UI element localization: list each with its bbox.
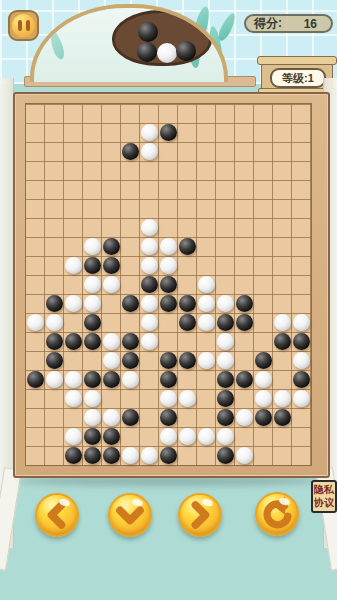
black-stone[interactable] [217,371,234,388]
black-stone[interactable] [27,371,44,388]
black-stone[interactable] [103,238,120,255]
white-stone[interactable] [141,143,158,160]
undo-icon [257,494,297,534]
black-bowl-stone [176,41,196,61]
white-stone[interactable] [141,295,158,312]
white-stone[interactable] [103,333,120,350]
level-badge: 等级:1 [270,68,326,88]
black-stone[interactable] [236,314,253,331]
white-stone[interactable] [160,257,177,274]
white-stone[interactable] [141,447,158,464]
black-stone[interactable] [84,333,101,350]
black-stone[interactable] [293,371,310,388]
black-stone[interactable] [217,314,234,331]
black-stone[interactable] [46,352,63,369]
black-stone[interactable] [122,143,139,160]
game-screen: 得分: 16 等级:1 [0,0,337,600]
black-stone[interactable] [255,352,272,369]
white-stone[interactable] [84,276,101,293]
black-stone[interactable] [293,333,310,350]
black-stone[interactable] [255,409,272,426]
black-stone[interactable] [236,371,253,388]
white-stone[interactable] [141,333,158,350]
white-stone[interactable] [236,447,253,464]
white-stone[interactable] [255,390,272,407]
white-stone[interactable] [141,124,158,141]
white-stone[interactable] [65,428,82,445]
white-stone[interactable] [274,390,291,407]
black-stone[interactable] [274,333,291,350]
pause-icon [12,14,35,37]
black-stone[interactable] [217,447,234,464]
black-stone[interactable] [160,124,177,141]
black-stone[interactable] [46,333,63,350]
black-stone[interactable] [84,447,101,464]
pause-button[interactable] [8,10,39,41]
black-stone[interactable] [160,276,177,293]
chevron-right-icon [180,495,220,535]
black-stone[interactable] [274,409,291,426]
white-stone[interactable] [255,371,272,388]
black-stone[interactable] [160,371,177,388]
black-stone[interactable] [84,257,101,274]
board-frame [13,92,330,478]
white-stone[interactable] [217,295,234,312]
white-stone[interactable] [65,295,82,312]
white-stone[interactable] [103,409,120,426]
board[interactable] [25,103,312,466]
white-stone[interactable] [84,238,101,255]
white-stone[interactable] [46,371,63,388]
white-stone[interactable] [84,295,101,312]
white-stone[interactable] [198,352,215,369]
black-stone[interactable] [122,295,139,312]
bamboo-leaf [48,29,67,61]
white-stone[interactable] [217,428,234,445]
black-bowl-stone [138,22,158,42]
black-stone[interactable] [84,314,101,331]
move-left-button[interactable] [35,493,79,537]
black-stone[interactable] [179,295,196,312]
chevron-down-icon [110,495,150,535]
white-stone[interactable] [217,352,234,369]
white-stone[interactable] [179,428,196,445]
white-stone[interactable] [217,333,234,350]
black-stone[interactable] [160,295,177,312]
chevron-left-icon [37,495,77,535]
white-stone[interactable] [103,276,120,293]
white-stone[interactable] [141,238,158,255]
black-stone[interactable] [65,333,82,350]
black-stone[interactable] [103,371,120,388]
black-stone[interactable] [160,447,177,464]
white-stone[interactable] [84,390,101,407]
black-stone[interactable] [141,276,158,293]
black-stone[interactable] [160,352,177,369]
white-stone[interactable] [160,390,177,407]
white-stone[interactable] [65,371,82,388]
black-stone[interactable] [160,409,177,426]
black-stone[interactable] [122,333,139,350]
privacy-line1: 隐私 [313,483,335,496]
white-stone[interactable] [293,352,310,369]
black-stone[interactable] [179,238,196,255]
white-stone[interactable] [46,314,63,331]
privacy-agreement-button[interactable]: 隐私 协议 [311,480,337,513]
black-stone[interactable] [84,371,101,388]
white-stone[interactable] [198,295,215,312]
black-stone[interactable] [217,409,234,426]
black-bowl-stone [137,42,157,62]
white-stone[interactable] [198,314,215,331]
score-panel: 得分: 16 [244,14,333,33]
white-stone[interactable] [122,371,139,388]
white-bowl-stone [157,43,177,63]
white-stone[interactable] [236,409,253,426]
white-stone[interactable] [84,409,101,426]
white-stone[interactable] [122,447,139,464]
white-stone[interactable] [141,219,158,236]
white-stone[interactable] [27,314,44,331]
white-stone[interactable] [198,428,215,445]
score-label: 得分: [254,15,282,32]
left-door-flap [0,467,22,571]
white-stone[interactable] [160,428,177,445]
privacy-line2: 协议 [313,496,335,509]
black-stone[interactable] [103,447,120,464]
move-right-button[interactable] [178,493,222,537]
undo-button[interactable] [255,492,299,536]
white-stone[interactable] [274,314,291,331]
black-stone[interactable] [217,390,234,407]
black-stone[interactable] [122,352,139,369]
white-stone[interactable] [293,314,310,331]
black-stone[interactable] [103,428,120,445]
score-value: 16 [304,17,317,31]
white-stone[interactable] [65,257,82,274]
white-stone[interactable] [141,257,158,274]
white-stone[interactable] [293,390,310,407]
white-stone[interactable] [198,276,215,293]
black-stone[interactable] [65,447,82,464]
black-stone[interactable] [84,428,101,445]
white-stone[interactable] [160,238,177,255]
move-down-button[interactable] [108,493,152,537]
black-stone[interactable] [179,352,196,369]
black-stone[interactable] [46,295,63,312]
white-stone[interactable] [65,390,82,407]
white-stone[interactable] [141,314,158,331]
black-stone[interactable] [122,409,139,426]
black-stone[interactable] [236,295,253,312]
black-stone[interactable] [103,257,120,274]
white-stone[interactable] [179,390,196,407]
white-stone[interactable] [103,352,120,369]
black-stone[interactable] [179,314,196,331]
